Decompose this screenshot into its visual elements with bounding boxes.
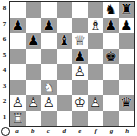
- file-label-e: e: [72, 127, 88, 136]
- square-d7[interactable]: [57, 18, 73, 34]
- square-a3[interactable]: [10, 80, 26, 96]
- black-pawn-e5[interactable]: ♟: [72, 49, 88, 65]
- white-knight-c3[interactable]: ♞♘: [41, 80, 57, 96]
- square-g1[interactable]: [103, 111, 119, 127]
- square-a7[interactable]: ♟: [10, 18, 26, 34]
- white-piece-outline: ♙: [26, 95, 42, 111]
- square-a5[interactable]: [10, 49, 26, 65]
- square-g3[interactable]: [103, 80, 119, 96]
- square-f3[interactable]: [88, 80, 104, 96]
- rank-label-1: 1: [0, 110, 9, 126]
- black-knight-g8[interactable]: ♞: [103, 2, 119, 18]
- black-pawn-h7[interactable]: ♟: [119, 18, 135, 34]
- square-d1[interactable]: [57, 111, 73, 127]
- rank-labels: 87654321: [0, 1, 9, 125]
- file-label-h: h: [119, 127, 135, 136]
- square-g5[interactable]: ♚: [103, 49, 119, 65]
- square-c4[interactable]: [41, 64, 57, 80]
- black-pawn-b6[interactable]: ♟: [26, 33, 42, 49]
- white-piece-outline: ♘: [41, 80, 57, 96]
- square-h2[interactable]: ♛: [119, 95, 135, 111]
- white-piece-outline: ♙: [88, 95, 104, 111]
- rank-label-2: 2: [0, 94, 9, 110]
- square-h8[interactable]: ♜: [119, 2, 135, 18]
- white-king-e2[interactable]: ♚♔: [72, 95, 88, 111]
- square-c8[interactable]: [41, 2, 57, 18]
- white-pawn-c2[interactable]: ♟♙: [41, 95, 57, 111]
- square-f5[interactable]: [88, 49, 104, 65]
- square-d6[interactable]: ♝: [57, 33, 73, 49]
- square-d3[interactable]: [57, 80, 73, 96]
- black-bishop-d6[interactable]: ♝: [57, 33, 73, 49]
- square-h5[interactable]: [119, 49, 135, 65]
- square-b2[interactable]: ♟♙: [26, 95, 42, 111]
- square-g6[interactable]: [103, 33, 119, 49]
- white-bishop-f7[interactable]: ♝♗: [88, 18, 104, 34]
- black-pawn-g7[interactable]: ♟: [103, 18, 119, 34]
- square-e6[interactable]: ♛♕: [72, 33, 88, 49]
- black-rook-h8[interactable]: ♜: [119, 2, 135, 18]
- square-d5[interactable]: [57, 49, 73, 65]
- chess-diagram: 87654321 ♞♜♟♟♝♗♟♟♟♝♛♕♟♚♟♙♞♘♟♙♟♙♟♙♚♔♟♙♛♜♖…: [0, 0, 137, 136]
- square-f2[interactable]: ♟♙: [88, 95, 104, 111]
- square-c6[interactable]: [41, 33, 57, 49]
- file-label-c: c: [41, 127, 57, 136]
- square-b4[interactable]: [26, 64, 42, 80]
- white-piece-outline: ♔: [72, 95, 88, 111]
- square-a1[interactable]: ♜♖: [10, 111, 26, 127]
- square-d2[interactable]: [57, 95, 73, 111]
- rank-label-5: 5: [0, 48, 9, 64]
- rank-label-8: 8: [0, 1, 9, 17]
- square-b6[interactable]: ♟: [26, 33, 42, 49]
- white-piece-outline: ♖: [10, 111, 26, 127]
- square-e1[interactable]: [72, 111, 88, 127]
- file-label-d: d: [56, 127, 72, 136]
- square-h6[interactable]: [119, 33, 135, 49]
- white-rook-a1[interactable]: ♜♖: [10, 111, 26, 127]
- square-d4[interactable]: [57, 64, 73, 80]
- white-pawn-f2[interactable]: ♟♙: [88, 95, 104, 111]
- file-label-f: f: [88, 127, 104, 136]
- square-e3[interactable]: [72, 80, 88, 96]
- white-piece-outline: ♕: [72, 33, 88, 49]
- white-to-move-indicator: [1, 127, 10, 136]
- square-f8[interactable]: [88, 2, 104, 18]
- black-queen-h2[interactable]: ♛: [119, 95, 135, 111]
- rank-label-4: 4: [0, 63, 9, 79]
- rank-label-7: 7: [0, 17, 9, 33]
- square-a6[interactable]: [10, 33, 26, 49]
- file-label-b: b: [25, 127, 41, 136]
- chess-board[interactable]: ♞♜♟♟♝♗♟♟♟♝♛♕♟♚♟♙♞♘♟♙♟♙♟♙♚♔♟♙♛♜♖: [9, 1, 135, 127]
- square-g4[interactable]: [103, 64, 119, 80]
- square-b7[interactable]: [26, 18, 42, 34]
- rank-label-6: 6: [0, 32, 9, 48]
- white-pawn-e4[interactable]: ♟♙: [72, 64, 88, 80]
- square-c3[interactable]: ♞♘: [41, 80, 57, 96]
- square-h3[interactable]: [119, 80, 135, 96]
- square-b8[interactable]: [26, 2, 42, 18]
- square-h7[interactable]: ♟: [119, 18, 135, 34]
- square-h4[interactable]: [119, 64, 135, 80]
- square-b1[interactable]: [26, 111, 42, 127]
- white-pawn-b2[interactable]: ♟♙: [26, 95, 42, 111]
- square-b5[interactable]: [26, 49, 42, 65]
- black-king-g5[interactable]: ♚: [103, 49, 119, 65]
- square-e2[interactable]: ♚♔: [72, 95, 88, 111]
- square-f4[interactable]: [88, 64, 104, 80]
- square-c7[interactable]: ♟: [41, 18, 57, 34]
- square-d8[interactable]: [57, 2, 73, 18]
- square-g8[interactable]: ♞: [103, 2, 119, 18]
- square-f7[interactable]: ♝♗: [88, 18, 104, 34]
- black-pawn-c7[interactable]: ♟: [41, 18, 57, 34]
- white-piece-outline: ♗: [88, 18, 104, 34]
- square-g7[interactable]: ♟: [103, 18, 119, 34]
- square-e7[interactable]: [72, 18, 88, 34]
- rank-label-3: 3: [0, 79, 9, 95]
- square-c2[interactable]: ♟♙: [41, 95, 57, 111]
- square-c1[interactable]: [41, 111, 57, 127]
- square-e4[interactable]: ♟♙: [72, 64, 88, 80]
- square-h1[interactable]: [119, 111, 135, 127]
- square-f1[interactable]: [88, 111, 104, 127]
- white-piece-outline: ♙: [72, 64, 88, 80]
- file-labels: abcdefgh: [9, 127, 135, 136]
- square-a8[interactable]: [10, 2, 26, 18]
- white-piece-outline: ♙: [10, 95, 26, 111]
- white-queen-e6[interactable]: ♛♕: [72, 33, 88, 49]
- square-c5[interactable]: [41, 49, 57, 65]
- white-pawn-a2[interactable]: ♟♙: [10, 95, 26, 111]
- square-e5[interactable]: ♟: [72, 49, 88, 65]
- square-f6[interactable]: [88, 33, 104, 49]
- square-a4[interactable]: [10, 64, 26, 80]
- file-label-g: g: [104, 127, 120, 136]
- black-pawn-a7[interactable]: ♟: [10, 18, 26, 34]
- square-a2[interactable]: ♟♙: [10, 95, 26, 111]
- file-label-a: a: [9, 127, 25, 136]
- white-piece-outline: ♙: [41, 95, 57, 111]
- square-e8[interactable]: [72, 2, 88, 18]
- square-b3[interactable]: [26, 80, 42, 96]
- square-g2[interactable]: [103, 95, 119, 111]
